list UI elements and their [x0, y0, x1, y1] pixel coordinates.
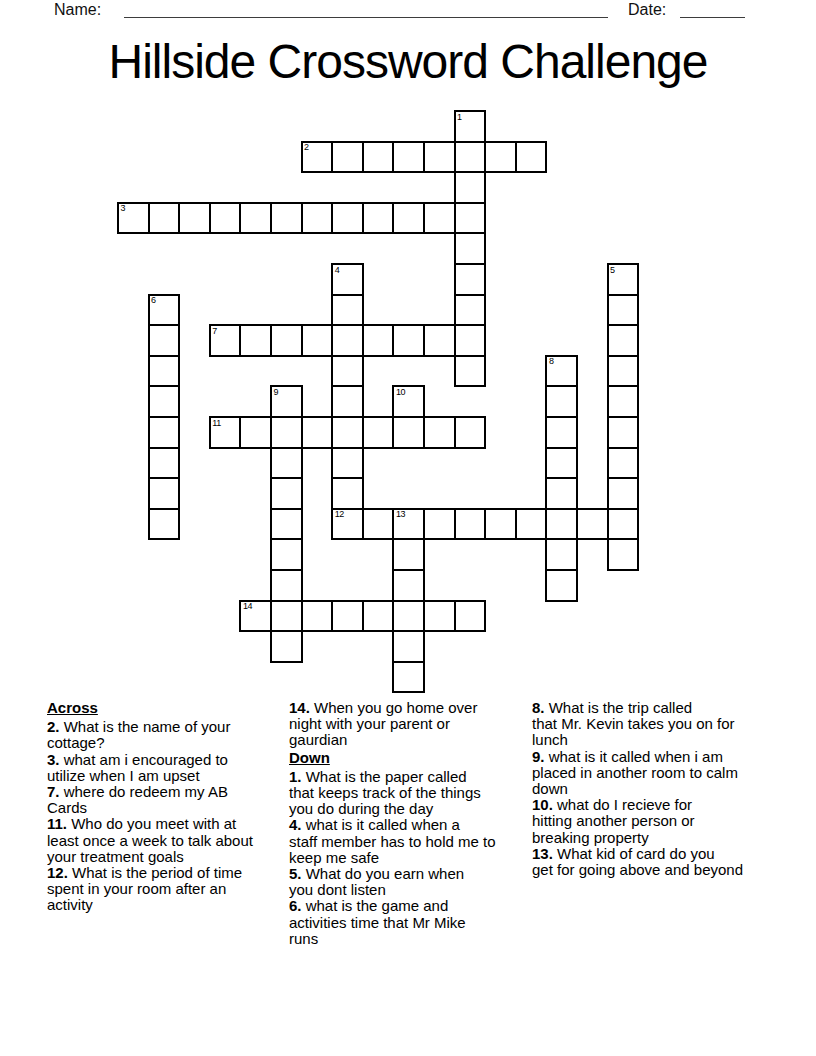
cell-r13-c9[interactable]: 13: [392, 508, 425, 541]
cell-r13-c8[interactable]: [362, 508, 395, 541]
cell-number-9: 9: [274, 388, 279, 397]
cell-r6-c1[interactable]: 6: [148, 294, 181, 327]
clue-across-12: 12. What is the period of time spent in …: [47, 865, 283, 914]
cell-r12-c16[interactable]: [607, 477, 640, 510]
cell-r8-c11[interactable]: [454, 355, 487, 388]
cell-r13-c13[interactable]: [515, 508, 548, 541]
cell-r3-c0[interactable]: 3: [117, 202, 150, 235]
cell-number-2: 2: [304, 143, 309, 152]
cell-r5-c7[interactable]: 4: [331, 263, 364, 296]
cell-r1-c11[interactable]: [454, 141, 487, 174]
cell-r10-c14[interactable]: [545, 416, 578, 449]
cell-r7-c4[interactable]: [239, 324, 272, 357]
cell-r1-c7[interactable]: [331, 141, 364, 174]
cell-r1-c6[interactable]: 2: [301, 141, 334, 174]
cell-r3-c3[interactable]: [209, 202, 242, 235]
cell-r11-c16[interactable]: [607, 447, 640, 480]
cell-r13-c1[interactable]: [148, 508, 181, 541]
cell-number-3: 3: [121, 204, 126, 213]
cell-r15-c14[interactable]: [545, 569, 578, 602]
cell-r10-c16[interactable]: [607, 416, 640, 449]
cell-r11-c5[interactable]: [270, 447, 303, 480]
cell-r7-c8[interactable]: [362, 324, 395, 357]
cell-r1-c13[interactable]: [515, 141, 548, 174]
cell-number-14: 14: [243, 602, 252, 611]
cell-number-10: 10: [396, 388, 405, 397]
crossword-grid: 1234567891011121314: [117, 110, 641, 695]
cell-r16-c11[interactable]: [454, 600, 487, 633]
cell-r13-c7[interactable]: 12: [331, 508, 364, 541]
cell-r7-c1[interactable]: [148, 324, 181, 357]
clue-down-5: 5. What do you earn when you dont listen: [289, 866, 529, 898]
cell-r7-c5[interactable]: [270, 324, 303, 357]
cell-r9-c16[interactable]: [607, 385, 640, 418]
cell-number-5: 5: [610, 266, 615, 275]
cell-r16-c9[interactable]: [392, 600, 425, 633]
cell-r14-c16[interactable]: [607, 538, 640, 571]
cell-r7-c7[interactable]: [331, 324, 364, 357]
down-heading: Down: [289, 750, 529, 766]
cell-r9-c7[interactable]: [331, 385, 364, 418]
cell-r17-c5[interactable]: [270, 630, 303, 663]
name-label: Name:: [54, 1, 101, 19]
cell-r7-c10[interactable]: [423, 324, 456, 357]
cell-number-1: 1: [457, 113, 462, 122]
cell-r10-c11[interactable]: [454, 416, 487, 449]
name-blank-line: [124, 17, 608, 18]
cell-r3-c10[interactable]: [423, 202, 456, 235]
clue-down-9: 9. what is it called when i am placed in…: [532, 749, 772, 798]
cell-r1-c12[interactable]: [484, 141, 517, 174]
page-title: Hillside Crossword Challenge: [0, 34, 816, 89]
cell-r12-c14[interactable]: [545, 477, 578, 510]
cell-number-13: 13: [396, 510, 405, 519]
cell-r7-c11[interactable]: [454, 324, 487, 357]
cell-r10-c5[interactable]: [270, 416, 303, 449]
cell-r16-c8[interactable]: [362, 600, 395, 633]
date-label: Date:: [628, 1, 666, 19]
cell-r13-c10[interactable]: [423, 508, 456, 541]
cell-r11-c14[interactable]: [545, 447, 578, 480]
cell-r9-c9[interactable]: 10: [392, 385, 425, 418]
cell-number-6: 6: [151, 296, 156, 305]
cell-r13-c11[interactable]: [454, 508, 487, 541]
cell-r1-c9[interactable]: [392, 141, 425, 174]
clues-column-2: 14. When you go home over night with you…: [289, 700, 529, 947]
cell-r8-c1[interactable]: [148, 355, 181, 388]
cell-r5-c16[interactable]: 5: [607, 263, 640, 296]
cell-r14-c9[interactable]: [392, 538, 425, 571]
cell-r10-c8[interactable]: [362, 416, 395, 449]
cell-r14-c14[interactable]: [545, 538, 578, 571]
cell-r7-c6[interactable]: [301, 324, 334, 357]
cell-r13-c5[interactable]: [270, 508, 303, 541]
cell-r5-c11[interactable]: [454, 263, 487, 296]
cell-r16-c10[interactable]: [423, 600, 456, 633]
cell-r15-c5[interactable]: [270, 569, 303, 602]
across-heading: Across: [47, 700, 283, 716]
clue-down-4: 4. what is it called when a staff member…: [289, 817, 529, 866]
cell-r12-c7[interactable]: [331, 477, 364, 510]
cell-r8-c7[interactable]: [331, 355, 364, 388]
cell-r10-c1[interactable]: [148, 416, 181, 449]
cell-r7-c16[interactable]: [607, 324, 640, 357]
cell-r16-c6[interactable]: [301, 600, 334, 633]
cell-r9-c1[interactable]: [148, 385, 181, 418]
cell-r13-c12[interactable]: [484, 508, 517, 541]
worksheet-page: { "header": { "name_label": "Name:", "da…: [0, 0, 816, 1056]
cell-r18-c9[interactable]: [392, 661, 425, 694]
cell-r9-c5[interactable]: 9: [270, 385, 303, 418]
cell-number-8: 8: [549, 357, 554, 366]
clue-down-13: 13. What kid of card do you get for goin…: [532, 846, 772, 878]
cell-r13-c14[interactable]: [545, 508, 578, 541]
cell-r1-c8[interactable]: [362, 141, 395, 174]
cell-r3-c7[interactable]: [331, 202, 364, 235]
cell-r3-c9[interactable]: [392, 202, 425, 235]
cell-r12-c1[interactable]: [148, 477, 181, 510]
cell-r3-c2[interactable]: [178, 202, 211, 235]
cell-r3-c6[interactable]: [301, 202, 334, 235]
cell-number-11: 11: [212, 419, 220, 428]
cell-r12-c5[interactable]: [270, 477, 303, 510]
cell-r7-c9[interactable]: [392, 324, 425, 357]
cell-r4-c11[interactable]: [454, 232, 487, 265]
cell-number-12: 12: [335, 510, 344, 519]
clues-column-1: Across 2. What is the name of your cotta…: [47, 700, 283, 914]
cell-r10-c9[interactable]: [392, 416, 425, 449]
clue-across-2: 2. What is the name of your cottage?: [47, 719, 283, 751]
cell-number-7: 7: [212, 327, 217, 336]
cell-r3-c5[interactable]: [270, 202, 303, 235]
cell-r8-c16[interactable]: [607, 355, 640, 388]
cell-r0-c11[interactable]: 1: [454, 110, 487, 143]
clue-down-1: 1. What is the paper called that keeps t…: [289, 769, 529, 818]
cell-r3-c4[interactable]: [239, 202, 272, 235]
cell-r3-c8[interactable]: [362, 202, 395, 235]
cell-r3-c1[interactable]: [148, 202, 181, 235]
date-blank-line: [680, 17, 745, 18]
clue-across-11: 11. Who do you meet with at least once a…: [47, 816, 283, 865]
cell-r16-c5[interactable]: [270, 600, 303, 633]
cell-r1-c10[interactable]: [423, 141, 456, 174]
cell-r10-c6[interactable]: [301, 416, 334, 449]
clues-column-3: 8. What is the trip called that Mr. Kevi…: [532, 700, 772, 878]
cell-r6-c11[interactable]: [454, 294, 487, 327]
cell-r10-c10[interactable]: [423, 416, 456, 449]
cell-r13-c16[interactable]: [607, 508, 640, 541]
cell-r13-c15[interactable]: [576, 508, 609, 541]
cell-r15-c9[interactable]: [392, 569, 425, 602]
cell-r16-c7[interactable]: [331, 600, 364, 633]
cell-r3-c11[interactable]: [454, 202, 487, 235]
cell-r9-c14[interactable]: [545, 385, 578, 418]
cell-r7-c3[interactable]: 7: [209, 324, 242, 357]
clue-across-7: 7. where do redeem my AB Cards: [47, 784, 283, 816]
cell-r10-c3[interactable]: 11: [209, 416, 242, 449]
clue-across-14: 14. When you go home over night with you…: [289, 700, 529, 749]
cell-r8-c14[interactable]: 8: [545, 355, 578, 388]
clue-across-3: 3. what am i encouraged to utilize when …: [47, 752, 283, 784]
cell-r11-c1[interactable]: [148, 447, 181, 480]
cell-r2-c11[interactable]: [454, 171, 487, 204]
cell-r17-c9[interactable]: [392, 630, 425, 663]
cell-r10-c4[interactable]: [239, 416, 272, 449]
cell-number-4: 4: [335, 266, 340, 275]
cell-r6-c7[interactable]: [331, 294, 364, 327]
cell-r6-c16[interactable]: [607, 294, 640, 327]
clue-down-6: 6. what is the game and activities time …: [289, 898, 529, 947]
cell-r10-c7[interactable]: [331, 416, 364, 449]
clue-down-10: 10. what do I recieve for hitting anothe…: [532, 797, 772, 846]
cell-r16-c4[interactable]: 14: [239, 600, 272, 633]
cell-r11-c7[interactable]: [331, 447, 364, 480]
cell-r14-c5[interactable]: [270, 538, 303, 571]
clue-down-8: 8. What is the trip called that Mr. Kevi…: [532, 700, 772, 749]
